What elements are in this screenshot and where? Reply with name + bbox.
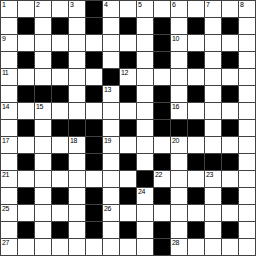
grid-cell[interactable] — [35, 239, 51, 255]
blocked-cell — [86, 120, 102, 136]
blocked-cell — [188, 18, 204, 34]
grid-cell[interactable] — [35, 120, 51, 136]
grid-cell[interactable] — [120, 171, 136, 187]
clue-number: 9 — [2, 35, 5, 43]
grid-cell[interactable] — [18, 1, 34, 17]
grid-cell[interactable] — [103, 222, 119, 238]
grid-cell[interactable]: 5 — [137, 1, 153, 17]
grid-cell[interactable] — [35, 52, 51, 68]
blocked-cell — [18, 154, 34, 170]
grid-cell[interactable]: 11 — [1, 69, 17, 85]
grid-cell[interactable] — [137, 69, 153, 85]
clue-number: 2 — [36, 1, 39, 9]
grid-cell[interactable] — [120, 137, 136, 153]
blocked-cell — [86, 188, 102, 204]
clue-number: 24 — [138, 188, 145, 196]
grid-cell[interactable] — [188, 69, 204, 85]
grid-cell[interactable] — [239, 171, 255, 187]
clue-number: 18 — [70, 137, 77, 145]
blocked-cell — [222, 222, 238, 238]
grid-cell[interactable] — [188, 103, 204, 119]
grid-cell[interactable] — [35, 154, 51, 170]
grid-cell[interactable]: 19 — [103, 137, 119, 153]
grid-cell[interactable]: 24 — [137, 188, 153, 204]
grid-cell[interactable] — [188, 205, 204, 221]
blocked-cell — [154, 86, 170, 102]
blocked-cell — [52, 86, 68, 102]
grid-cell[interactable]: 15 — [35, 103, 51, 119]
grid-cell[interactable] — [188, 137, 204, 153]
grid-cell[interactable] — [222, 239, 238, 255]
grid-cell[interactable] — [222, 171, 238, 187]
grid-cell[interactable] — [103, 239, 119, 255]
grid-cell[interactable]: 7 — [205, 1, 221, 17]
grid-cell[interactable] — [239, 120, 255, 136]
clue-number: 26 — [104, 205, 111, 213]
grid-cell[interactable] — [18, 103, 34, 119]
grid-cell[interactable]: 28 — [171, 239, 187, 255]
clue-number: 7 — [206, 1, 209, 9]
grid-cell[interactable] — [137, 18, 153, 34]
blocked-cell — [222, 86, 238, 102]
grid-cell[interactable] — [222, 1, 238, 17]
grid-cell[interactable] — [35, 205, 51, 221]
blocked-cell — [69, 120, 85, 136]
blocked-cell — [188, 222, 204, 238]
grid-cell[interactable] — [120, 1, 136, 17]
grid-cell[interactable]: 6 — [171, 1, 187, 17]
grid-cell[interactable] — [69, 205, 85, 221]
grid-cell[interactable] — [205, 86, 221, 102]
grid-cell[interactable] — [35, 222, 51, 238]
grid-cell[interactable] — [103, 52, 119, 68]
grid-cell[interactable] — [171, 171, 187, 187]
grid-cell[interactable] — [35, 171, 51, 187]
grid-cell[interactable]: 3 — [69, 1, 85, 17]
grid-cell[interactable] — [171, 69, 187, 85]
grid-cell[interactable] — [154, 137, 170, 153]
grid-cell[interactable]: 20 — [171, 137, 187, 153]
grid-cell[interactable] — [1, 86, 17, 102]
blocked-cell — [120, 18, 136, 34]
blocked-cell — [154, 52, 170, 68]
grid-cell[interactable] — [137, 137, 153, 153]
grid-cell[interactable] — [137, 222, 153, 238]
grid-cell[interactable]: 25 — [1, 205, 17, 221]
grid-cell[interactable] — [205, 52, 221, 68]
grid-cell[interactable] — [239, 69, 255, 85]
blocked-cell — [35, 86, 51, 102]
grid-cell[interactable] — [86, 69, 102, 85]
blocked-cell — [188, 120, 204, 136]
grid-cell[interactable] — [69, 103, 85, 119]
blocked-cell — [86, 137, 102, 153]
grid-cell[interactable] — [69, 239, 85, 255]
blocked-cell — [154, 154, 170, 170]
grid-cell[interactable] — [222, 35, 238, 51]
grid-cell[interactable] — [171, 188, 187, 204]
grid-cell[interactable]: 26 — [103, 205, 119, 221]
grid-cell[interactable] — [188, 239, 204, 255]
grid-cell[interactable] — [239, 239, 255, 255]
grid-cell[interactable] — [69, 188, 85, 204]
clue-number: 16 — [172, 103, 179, 111]
grid-cell[interactable] — [120, 205, 136, 221]
blocked-cell — [188, 154, 204, 170]
grid-cell[interactable]: 12 — [120, 69, 136, 85]
clue-number: 25 — [2, 205, 9, 213]
grid-cell[interactable] — [205, 205, 221, 221]
grid-cell[interactable] — [171, 205, 187, 221]
grid-cell[interactable] — [137, 154, 153, 170]
clue-number: 17 — [2, 137, 9, 145]
grid-cell[interactable] — [239, 103, 255, 119]
grid-cell[interactable] — [35, 18, 51, 34]
clue-number: 22 — [155, 171, 162, 179]
blocked-cell — [171, 120, 187, 136]
grid-cell[interactable] — [171, 52, 187, 68]
blocked-cell — [18, 18, 34, 34]
grid-cell[interactable] — [86, 35, 102, 51]
grid-cell[interactable]: 17 — [1, 137, 17, 153]
blocked-cell — [18, 52, 34, 68]
grid-cell[interactable] — [239, 188, 255, 204]
grid-cell[interactable] — [137, 35, 153, 51]
blocked-cell — [154, 120, 170, 136]
grid-cell[interactable] — [103, 171, 119, 187]
grid-cell[interactable] — [222, 205, 238, 221]
blocked-cell — [222, 18, 238, 34]
grid-cell[interactable] — [35, 35, 51, 51]
grid-cell[interactable] — [69, 18, 85, 34]
blocked-cell — [52, 154, 68, 170]
grid-cell[interactable] — [171, 86, 187, 102]
blocked-cell — [120, 154, 136, 170]
grid-cell[interactable] — [69, 35, 85, 51]
grid-cell[interactable] — [205, 137, 221, 153]
blocked-cell — [120, 86, 136, 102]
blocked-cell — [154, 188, 170, 204]
blocked-cell — [86, 1, 102, 17]
grid-cell[interactable] — [205, 239, 221, 255]
blocked-cell — [18, 188, 34, 204]
grid-cell[interactable] — [1, 18, 17, 34]
grid-cell[interactable] — [205, 222, 221, 238]
grid-cell[interactable] — [239, 18, 255, 34]
grid-cell[interactable]: 8 — [239, 1, 255, 17]
grid-cell[interactable] — [103, 188, 119, 204]
clue-number: 13 — [104, 86, 111, 94]
grid-cell[interactable] — [205, 188, 221, 204]
grid-cell[interactable] — [52, 171, 68, 187]
grid-cell[interactable] — [18, 35, 34, 51]
blocked-cell — [205, 154, 221, 170]
grid-cell[interactable]: 22 — [154, 171, 170, 187]
blocked-cell — [222, 52, 238, 68]
grid-cell[interactable] — [52, 1, 68, 17]
blocked-cell — [120, 222, 136, 238]
blocked-cell — [52, 18, 68, 34]
grid-cell[interactable] — [1, 120, 17, 136]
blocked-cell — [52, 52, 68, 68]
grid-cell[interactable] — [103, 18, 119, 34]
grid-cell[interactable] — [188, 35, 204, 51]
clue-number: 5 — [138, 1, 141, 9]
clue-number: 6 — [172, 1, 175, 9]
grid-cell[interactable]: 23 — [205, 171, 221, 187]
grid-cell[interactable] — [52, 239, 68, 255]
crossword-grid: 1234567891011121314151617181920212223242… — [0, 0, 256, 256]
grid-cell[interactable] — [69, 154, 85, 170]
clue-number: 14 — [2, 103, 9, 111]
grid-cell[interactable] — [239, 154, 255, 170]
blocked-cell — [222, 188, 238, 204]
grid-cell[interactable] — [52, 35, 68, 51]
clue-number: 11 — [2, 69, 8, 77]
clue-number: 10 — [172, 35, 179, 43]
grid-cell[interactable] — [205, 120, 221, 136]
blocked-cell — [154, 222, 170, 238]
grid-cell[interactable] — [86, 171, 102, 187]
grid-cell[interactable] — [18, 239, 34, 255]
blocked-cell — [18, 222, 34, 238]
grid-cell[interactable] — [69, 86, 85, 102]
grid-cell[interactable]: 1 — [1, 1, 17, 17]
grid-cell[interactable] — [154, 69, 170, 85]
grid-cell[interactable] — [120, 239, 136, 255]
grid-cell[interactable] — [171, 154, 187, 170]
grid-cell[interactable]: 10 — [171, 35, 187, 51]
blocked-cell — [86, 222, 102, 238]
grid-cell[interactable] — [69, 171, 85, 187]
blocked-cell — [120, 188, 136, 204]
grid-cell[interactable]: 18 — [69, 137, 85, 153]
grid-cell[interactable] — [137, 120, 153, 136]
grid-cell[interactable] — [69, 222, 85, 238]
grid-cell[interactable] — [137, 86, 153, 102]
grid-cell[interactable] — [18, 205, 34, 221]
grid-cell[interactable] — [239, 205, 255, 221]
grid-cell[interactable] — [137, 239, 153, 255]
blocked-cell — [137, 171, 153, 187]
blocked-cell — [154, 18, 170, 34]
clue-number: 8 — [240, 1, 243, 9]
blocked-cell — [188, 86, 204, 102]
grid-cell[interactable] — [86, 239, 102, 255]
blocked-cell — [86, 86, 102, 102]
grid-cell[interactable] — [154, 205, 170, 221]
clue-number: 3 — [70, 1, 73, 9]
grid-cell[interactable] — [52, 137, 68, 153]
grid-cell[interactable] — [137, 103, 153, 119]
grid-cell[interactable] — [120, 35, 136, 51]
grid-cell[interactable] — [18, 171, 34, 187]
grid-cell[interactable] — [154, 1, 170, 17]
clue-number: 1 — [2, 1, 5, 9]
grid-cell[interactable] — [188, 171, 204, 187]
clue-number: 20 — [172, 137, 179, 145]
blocked-cell — [86, 52, 102, 68]
blocked-cell — [52, 222, 68, 238]
grid-cell[interactable]: 9 — [1, 35, 17, 51]
grid-cell[interactable] — [18, 137, 34, 153]
grid-cell[interactable] — [171, 18, 187, 34]
grid-cell[interactable]: 4 — [103, 1, 119, 17]
grid-cell[interactable] — [18, 69, 34, 85]
blocked-cell — [18, 120, 34, 136]
grid-cell[interactable] — [205, 35, 221, 51]
grid-cell[interactable] — [69, 69, 85, 85]
grid-cell[interactable] — [103, 103, 119, 119]
blocked-cell — [52, 188, 68, 204]
grid-cell[interactable] — [137, 52, 153, 68]
clue-number: 19 — [104, 137, 111, 145]
blocked-cell — [120, 52, 136, 68]
blocked-cell — [154, 103, 170, 119]
clue-number: 4 — [104, 1, 107, 9]
grid-cell[interactable] — [222, 103, 238, 119]
grid-cell[interactable] — [188, 1, 204, 17]
grid-cell[interactable] — [52, 205, 68, 221]
grid-cell[interactable] — [222, 137, 238, 153]
grid-cell[interactable] — [171, 222, 187, 238]
grid-cell[interactable] — [222, 69, 238, 85]
blocked-cell — [52, 120, 68, 136]
clue-number: 28 — [172, 239, 179, 247]
blocked-cell — [86, 205, 102, 221]
blocked-cell — [188, 188, 204, 204]
grid-cell[interactable]: 2 — [35, 1, 51, 17]
blocked-cell — [120, 120, 136, 136]
grid-cell[interactable]: 16 — [171, 103, 187, 119]
clue-number: 27 — [2, 239, 9, 247]
grid-cell[interactable] — [239, 137, 255, 153]
blocked-cell — [18, 86, 34, 102]
grid-cell[interactable] — [239, 35, 255, 51]
blocked-cell — [86, 154, 102, 170]
grid-cell[interactable] — [1, 222, 17, 238]
grid-cell[interactable] — [120, 103, 136, 119]
grid-cell[interactable] — [103, 154, 119, 170]
grid-cell[interactable] — [1, 188, 17, 204]
clue-number: 12 — [121, 69, 128, 77]
grid-cell[interactable] — [52, 103, 68, 119]
blocked-cell — [86, 18, 102, 34]
blocked-cell — [103, 69, 119, 85]
grid-cell[interactable] — [86, 103, 102, 119]
grid-cell[interactable] — [103, 35, 119, 51]
grid-cell[interactable]: 13 — [103, 86, 119, 102]
grid-cell[interactable] — [239, 86, 255, 102]
grid-cell[interactable] — [69, 52, 85, 68]
clue-number: 23 — [206, 171, 213, 179]
blocked-cell — [222, 120, 238, 136]
grid-cell[interactable] — [35, 188, 51, 204]
grid-cell[interactable] — [205, 18, 221, 34]
grid-cell[interactable] — [103, 120, 119, 136]
clue-number: 15 — [36, 103, 43, 111]
clue-number: 21 — [2, 171, 9, 179]
grid-cell[interactable] — [1, 154, 17, 170]
grid-cell[interactable]: 14 — [1, 103, 17, 119]
grid-cell[interactable] — [52, 69, 68, 85]
blocked-cell — [222, 154, 238, 170]
grid-cell[interactable] — [205, 103, 221, 119]
grid-cell[interactable] — [1, 52, 17, 68]
grid-cell[interactable] — [205, 69, 221, 85]
grid-cell[interactable] — [137, 205, 153, 221]
blocked-cell — [154, 239, 170, 255]
grid-cell[interactable]: 21 — [1, 171, 17, 187]
blocked-cell — [188, 52, 204, 68]
grid-cell[interactable] — [35, 137, 51, 153]
grid-cell[interactable] — [35, 69, 51, 85]
grid-cell[interactable]: 27 — [1, 239, 17, 255]
blocked-cell — [154, 35, 170, 51]
grid-cell[interactable] — [239, 222, 255, 238]
grid-cell[interactable] — [239, 52, 255, 68]
